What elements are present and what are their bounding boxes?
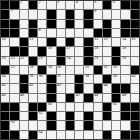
cell-10-4[interactable] <box>38 94 46 102</box>
clue-number-13: 13 <box>103 38 107 42</box>
clue-number-39: 39 <box>113 75 117 79</box>
clue-number-20: 20 <box>2 57 6 61</box>
black-cell-10-7 <box>66 94 74 102</box>
black-cell-1-7 <box>66 10 74 18</box>
clue-number-44: 44 <box>103 84 107 88</box>
clue-number-29: 29 <box>48 66 52 70</box>
cell-5-8[interactable] <box>75 47 83 55</box>
cell-12-4[interactable]: 52 <box>38 112 46 120</box>
clue-number-24: 24 <box>66 57 70 61</box>
cell-7-9[interactable]: 31 <box>84 66 92 74</box>
cell-11-9[interactable] <box>84 103 92 111</box>
clue-number-16: 16 <box>48 47 52 51</box>
cell-5-7[interactable]: 17 <box>66 47 74 55</box>
cell-4-6[interactable] <box>57 38 65 46</box>
crossword-page: 1234567891011121314151617181920212223242… <box>0 0 140 140</box>
cell-6-4[interactable]: 23 <box>38 57 46 65</box>
clue-number-51: 51 <box>113 103 117 107</box>
black-cell-10-5 <box>47 94 55 102</box>
black-cell-11-1 <box>10 103 18 111</box>
cell-6-0[interactable]: 20 <box>1 57 9 65</box>
cell-7-6[interactable]: 30 <box>57 66 65 74</box>
cell-7-8[interactable] <box>75 66 83 74</box>
black-cell-8-8 <box>75 75 83 83</box>
cell-9-7[interactable] <box>66 84 74 92</box>
cell-14-5[interactable] <box>47 131 55 139</box>
cell-4-13[interactable]: 14 <box>121 38 129 46</box>
cell-14-10[interactable] <box>94 131 102 139</box>
black-cell-5-4 <box>38 47 46 55</box>
cell-8-3[interactable]: 35 <box>29 75 37 83</box>
clue-number-15: 15 <box>131 38 135 42</box>
cell-14-2[interactable] <box>20 131 28 139</box>
clue-number-18: 18 <box>94 47 98 51</box>
cell-2-4[interactable] <box>38 20 46 28</box>
black-cell-8-5 <box>47 75 55 83</box>
black-cell-11-14 <box>131 103 139 111</box>
cell-12-10[interactable] <box>94 112 102 120</box>
cell-13-8[interactable] <box>75 121 83 129</box>
cell-13-2[interactable] <box>20 121 28 129</box>
black-cell-5-2 <box>20 47 28 55</box>
clue-number-2: 2 <box>39 1 41 5</box>
cell-1-10[interactable]: 8 <box>94 10 102 18</box>
black-cell-12-11 <box>103 112 111 120</box>
cell-9-6[interactable]: 43 <box>57 84 65 92</box>
black-cell-10-9 <box>84 94 92 102</box>
cell-5-13[interactable]: 19 <box>121 47 129 55</box>
cell-8-0[interactable]: 34 <box>1 75 9 83</box>
cell-10-8[interactable]: 47 <box>75 94 83 102</box>
clue-number-54: 54 <box>39 131 43 135</box>
cell-3-5[interactable] <box>47 29 55 37</box>
cell-14-8[interactable] <box>75 131 83 139</box>
cell-6-7[interactable]: 24 <box>66 57 74 65</box>
black-cell-12-3 <box>29 112 37 120</box>
clue-number-5: 5 <box>94 1 96 5</box>
clue-number-25: 25 <box>94 57 98 61</box>
cell-4-8[interactable] <box>75 38 83 46</box>
black-cell-9-12 <box>112 84 120 92</box>
cell-13-3[interactable] <box>29 121 37 129</box>
black-cell-6-9 <box>84 57 92 65</box>
clue-number-4: 4 <box>76 1 78 5</box>
black-cell-14-13 <box>121 131 129 139</box>
black-cell-14-3 <box>29 131 37 139</box>
black-cell-13-5 <box>47 121 55 129</box>
cell-13-13[interactable] <box>121 121 129 129</box>
clue-number-48: 48 <box>94 94 98 98</box>
black-cell-12-7 <box>66 112 74 120</box>
black-cell-12-13 <box>121 112 129 120</box>
cell-6-14[interactable] <box>131 57 139 65</box>
black-cell-2-14 <box>131 20 139 28</box>
clue-number-31: 31 <box>85 66 89 70</box>
black-cell-2-13 <box>121 20 129 28</box>
black-cell-7-14 <box>131 66 139 74</box>
black-cell-4-9 <box>84 38 92 46</box>
cell-5-0[interactable] <box>1 47 9 55</box>
clue-number-35: 35 <box>29 75 33 79</box>
black-cell-3-11 <box>103 29 111 37</box>
cell-12-6[interactable] <box>57 112 65 120</box>
black-cell-3-1 <box>10 29 18 37</box>
cell-8-1[interactable] <box>10 75 18 83</box>
cell-0-8[interactable]: 4 <box>75 1 83 9</box>
clue-number-42: 42 <box>29 84 33 88</box>
cell-13-11[interactable] <box>103 121 111 129</box>
black-cell-0-1 <box>10 1 18 9</box>
black-cell-2-11 <box>103 20 111 28</box>
cell-14-6[interactable] <box>57 131 65 139</box>
black-cell-3-3 <box>29 29 37 37</box>
cell-8-7[interactable] <box>66 75 74 83</box>
black-cell-9-5 <box>47 84 55 92</box>
cell-5-3[interactable] <box>29 47 37 55</box>
clue-number-37: 37 <box>57 75 61 79</box>
cell-13-1[interactable]: 53 <box>10 121 18 129</box>
clue-number-33: 33 <box>113 66 117 70</box>
cell-8-12[interactable]: 39 <box>112 75 120 83</box>
cell-9-14[interactable] <box>131 84 139 92</box>
cell-9-1[interactable] <box>10 84 18 92</box>
black-cell-0-0 <box>1 1 9 9</box>
cell-9-0[interactable]: 41 <box>1 84 9 92</box>
black-cell-12-0 <box>1 112 9 120</box>
cell-7-3[interactable]: 28 <box>29 66 37 74</box>
cell-4-3[interactable]: 11 <box>29 38 37 46</box>
black-cell-8-11 <box>103 75 111 83</box>
cell-3-9[interactable] <box>84 29 92 37</box>
cell-5-5[interactable]: 16 <box>47 47 55 55</box>
cell-1-13[interactable] <box>121 10 129 18</box>
cell-4-11[interactable]: 13 <box>103 38 111 46</box>
cell-11-10[interactable] <box>94 103 102 111</box>
cell-10-3[interactable] <box>29 94 37 102</box>
black-cell-3-10 <box>94 29 102 37</box>
cell-6-5[interactable] <box>47 57 55 65</box>
cell-13-10[interactable] <box>94 121 102 129</box>
cell-2-10[interactable] <box>94 20 102 28</box>
cell-0-7[interactable] <box>66 1 74 9</box>
black-cell-14-11 <box>103 131 111 139</box>
cell-9-3[interactable]: 42 <box>29 84 37 92</box>
clue-number-9: 9 <box>39 29 41 33</box>
cell-0-6[interactable]: 3 <box>57 1 65 9</box>
black-cell-2-5 <box>47 20 55 28</box>
black-cell-4-2 <box>20 38 28 46</box>
cell-2-2[interactable] <box>20 20 28 28</box>
cell-10-6[interactable] <box>57 94 65 102</box>
black-cell-13-9 <box>84 121 92 129</box>
clue-number-14: 14 <box>122 38 126 42</box>
black-cell-3-14 <box>131 29 139 37</box>
cell-14-9[interactable] <box>84 131 92 139</box>
cell-7-7[interactable] <box>66 66 74 74</box>
black-cell-4-5 <box>47 38 55 46</box>
cell-0-4[interactable]: 2 <box>38 1 46 9</box>
clue-number-10: 10 <box>2 38 6 42</box>
cell-7-13[interactable] <box>121 66 129 74</box>
clue-number-53: 53 <box>11 121 15 125</box>
crossword-grid: 1234567891011121314151617181920212223242… <box>0 0 140 140</box>
cell-9-11[interactable]: 44 <box>103 84 111 92</box>
cell-4-0[interactable]: 10 <box>1 38 9 46</box>
black-cell-7-4 <box>38 66 46 74</box>
black-cell-7-0 <box>1 66 9 74</box>
cell-2-8[interactable] <box>75 20 83 28</box>
black-cell-11-11 <box>103 103 111 111</box>
black-cell-13-14 <box>131 121 139 129</box>
cell-1-4[interactable] <box>38 10 46 18</box>
cell-11-6[interactable] <box>57 103 65 111</box>
black-cell-2-1 <box>10 20 18 28</box>
cell-10-13[interactable]: 49 <box>121 94 129 102</box>
cell-11-5[interactable]: 50 <box>47 103 55 111</box>
cell-13-4[interactable] <box>38 121 46 129</box>
cell-0-10[interactable]: 5 <box>94 1 102 9</box>
cell-1-2[interactable] <box>20 10 28 18</box>
cell-10-0[interactable]: 45 <box>1 94 9 102</box>
clue-number-36: 36 <box>39 75 43 79</box>
clue-number-34: 34 <box>2 75 6 79</box>
black-cell-9-13 <box>121 84 129 92</box>
black-cell-3-0 <box>1 29 9 37</box>
black-cell-6-6 <box>57 57 65 65</box>
cell-11-8[interactable] <box>75 103 83 111</box>
cell-4-4[interactable] <box>38 38 46 46</box>
cell-11-2[interactable] <box>20 103 28 111</box>
black-cell-2-9 <box>84 20 92 28</box>
clue-number-6: 6 <box>113 1 115 5</box>
black-cell-11-0 <box>1 103 9 111</box>
black-cell-9-2 <box>20 84 28 92</box>
cell-12-12[interactable] <box>112 112 120 120</box>
clue-number-8: 8 <box>94 10 96 14</box>
cell-13-6[interactable] <box>57 121 65 129</box>
black-cell-5-9 <box>84 47 92 55</box>
clue-number-26: 26 <box>122 57 126 61</box>
clue-number-27: 27 <box>11 66 15 70</box>
black-cell-5-6 <box>57 47 65 55</box>
black-cell-13-0 <box>1 121 9 129</box>
black-cell-5-12 <box>112 47 120 55</box>
black-cell-10-12 <box>112 94 120 102</box>
cell-8-9[interactable]: 38 <box>84 75 92 83</box>
black-cell-2-3 <box>29 20 37 28</box>
cell-10-14[interactable] <box>131 94 139 102</box>
cell-12-2[interactable] <box>20 112 28 120</box>
black-cell-12-14 <box>131 112 139 120</box>
cell-3-6[interactable] <box>57 29 65 37</box>
black-cell-12-1 <box>10 112 18 120</box>
cell-7-2[interactable] <box>20 66 28 74</box>
black-cell-11-3 <box>29 103 37 111</box>
black-cell-9-10 <box>94 84 102 92</box>
cell-0-9[interactable] <box>84 1 92 9</box>
cell-6-11[interactable] <box>103 57 111 65</box>
clue-number-32: 32 <box>103 66 107 70</box>
cell-12-8[interactable] <box>75 112 83 120</box>
cell-14-4[interactable]: 54 <box>38 131 46 139</box>
black-cell-0-13 <box>121 1 129 9</box>
black-cell-14-0 <box>1 131 9 139</box>
black-cell-12-9 <box>84 112 92 120</box>
cell-10-2[interactable]: 46 <box>20 94 28 102</box>
black-cell-7-10 <box>94 66 102 74</box>
black-cell-3-13 <box>121 29 129 37</box>
cell-8-4[interactable]: 36 <box>38 75 46 83</box>
clue-number-47: 47 <box>76 94 80 98</box>
cell-1-6[interactable] <box>57 10 65 18</box>
black-cell-1-0 <box>1 10 9 18</box>
clue-number-45: 45 <box>2 94 6 98</box>
cell-3-8[interactable] <box>75 29 83 37</box>
cell-6-13[interactable]: 26 <box>121 57 129 65</box>
black-cell-0-3 <box>29 1 37 9</box>
cell-0-12[interactable]: 6 <box>112 1 120 9</box>
cell-11-12[interactable]: 51 <box>112 103 120 111</box>
cell-13-12[interactable] <box>112 121 120 129</box>
black-cell-11-4 <box>38 103 46 111</box>
black-cell-11-13 <box>121 103 129 111</box>
cell-1-11[interactable] <box>103 10 111 18</box>
clue-number-49: 49 <box>122 94 126 98</box>
cell-8-6[interactable]: 37 <box>57 75 65 83</box>
clue-number-40: 40 <box>131 75 135 79</box>
cell-4-1[interactable] <box>10 38 18 46</box>
cell-4-10[interactable]: 12 <box>94 38 102 46</box>
cell-6-2[interactable]: 22 <box>20 57 28 65</box>
black-cell-1-14 <box>131 10 139 18</box>
black-cell-14-14 <box>131 131 139 139</box>
clue-number-21: 21 <box>11 57 15 61</box>
cell-1-12[interactable] <box>112 10 120 18</box>
clue-number-46: 46 <box>20 94 24 98</box>
clue-number-7: 7 <box>11 10 13 14</box>
black-cell-1-5 <box>47 10 55 18</box>
cell-1-1[interactable]: 7 <box>10 10 18 18</box>
black-cell-4-7 <box>66 38 74 46</box>
clue-number-43: 43 <box>57 84 61 88</box>
clue-number-30: 30 <box>57 66 61 70</box>
clue-number-12: 12 <box>94 38 98 42</box>
black-cell-12-5 <box>47 112 55 120</box>
cell-10-11[interactable] <box>103 94 111 102</box>
black-cell-5-1 <box>10 47 18 55</box>
cell-7-5[interactable]: 29 <box>47 66 55 74</box>
cell-14-7[interactable] <box>66 131 74 139</box>
cell-3-7[interactable] <box>66 29 74 37</box>
cell-10-1[interactable] <box>10 94 18 102</box>
cell-1-8[interactable] <box>75 10 83 18</box>
cell-3-12[interactable] <box>112 29 120 37</box>
black-cell-0-11 <box>103 1 111 9</box>
cell-8-14[interactable]: 40 <box>131 75 139 83</box>
black-cell-2-0 <box>1 20 9 28</box>
cell-7-1[interactable]: 27 <box>10 66 18 74</box>
clue-number-1: 1 <box>20 1 22 5</box>
cell-6-8[interactable] <box>75 57 83 65</box>
cell-4-12[interactable] <box>112 38 120 46</box>
clue-number-38: 38 <box>85 75 89 79</box>
cell-9-9[interactable] <box>84 84 92 92</box>
clue-number-11: 11 <box>29 38 33 42</box>
clue-number-52: 52 <box>39 112 43 116</box>
cell-6-10[interactable]: 25 <box>94 57 102 65</box>
black-cell-8-2 <box>20 75 28 83</box>
black-cell-9-8 <box>75 84 83 92</box>
black-cell-6-3 <box>29 57 37 65</box>
black-cell-13-7 <box>66 121 74 129</box>
cell-0-2[interactable]: 1 <box>20 1 28 9</box>
cell-2-6[interactable] <box>57 20 65 28</box>
cell-10-10[interactable]: 48 <box>94 94 102 102</box>
cell-3-2[interactable] <box>20 29 28 37</box>
clue-number-50: 50 <box>48 103 52 107</box>
cell-1-3[interactable] <box>29 10 37 18</box>
clue-number-19: 19 <box>122 47 126 51</box>
clue-number-17: 17 <box>66 47 70 51</box>
cell-14-12[interactable] <box>112 131 120 139</box>
clue-number-28: 28 <box>29 66 33 70</box>
cell-9-4[interactable] <box>38 84 46 92</box>
clue-number-3: 3 <box>57 1 59 5</box>
cell-7-11[interactable]: 32 <box>103 66 111 74</box>
black-cell-14-1 <box>10 131 18 139</box>
cell-0-5[interactable] <box>47 1 55 9</box>
clue-number-23: 23 <box>39 57 43 61</box>
cell-5-11[interactable] <box>103 47 111 55</box>
cell-4-14[interactable]: 15 <box>131 38 139 46</box>
black-cell-2-7 <box>66 20 74 28</box>
cell-3-4[interactable]: 9 <box>38 29 46 37</box>
black-cell-1-9 <box>84 10 92 18</box>
cell-5-10[interactable]: 18 <box>94 47 102 55</box>
cell-8-13[interactable] <box>121 75 129 83</box>
cell-2-12[interactable] <box>112 20 120 28</box>
black-cell-6-12 <box>112 57 120 65</box>
clue-number-22: 22 <box>20 57 24 61</box>
cell-6-1[interactable]: 21 <box>10 57 18 65</box>
cell-8-10[interactable] <box>94 75 102 83</box>
cell-7-12[interactable]: 33 <box>112 66 120 74</box>
black-cell-0-14 <box>131 1 139 9</box>
cell-5-14[interactable] <box>131 47 139 55</box>
clue-number-41: 41 <box>2 84 6 88</box>
cell-11-7[interactable] <box>66 103 74 111</box>
